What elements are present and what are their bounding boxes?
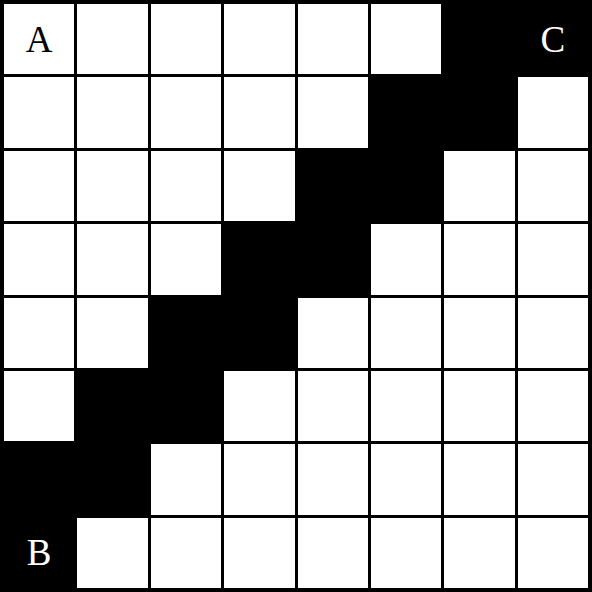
grid-cell-r1c3-open — [224, 77, 294, 147]
grid-cell-r7c2-open — [151, 518, 221, 588]
grid-cell-r2c0-open — [4, 151, 74, 221]
grid-cell-r1c5-blocked — [371, 77, 441, 147]
grid-cell-r0c5-open — [371, 4, 441, 74]
grid-cell-r7c5-open — [371, 518, 441, 588]
cell-label-C: C — [540, 21, 565, 58]
grid-cell-r3c2-open — [151, 224, 221, 294]
grid-cell-r4c2-blocked — [151, 298, 221, 368]
grid-cell-r5c7-open — [518, 371, 588, 441]
grid-cell-r7c6-open — [444, 518, 514, 588]
grid-cell-r3c6-open — [444, 224, 514, 294]
grid-cell-r6c7-open — [518, 444, 588, 514]
grid-cell-r6c2-open — [151, 444, 221, 514]
grid-cell-r7c1-open — [77, 518, 147, 588]
grid-cell-r4c4-open — [298, 298, 368, 368]
grid-cell-r2c5-blocked — [371, 151, 441, 221]
grid-cell-r4c7-open — [518, 298, 588, 368]
puzzle-board: ACB — [0, 0, 592, 592]
grid-cell-r3c5-open — [371, 224, 441, 294]
grid-cell-r3c1-open — [77, 224, 147, 294]
grid-cell-r3c0-open — [4, 224, 74, 294]
cell-label-A: A — [26, 21, 53, 58]
grid-cell-r5c3-open — [224, 371, 294, 441]
grid-cell-r4c6-open — [444, 298, 514, 368]
grid-cell-r3c4-blocked — [298, 224, 368, 294]
grid-cell-r4c5-open — [371, 298, 441, 368]
grid-cell-r6c3-open — [224, 444, 294, 514]
grid-cell-r1c7-open — [518, 77, 588, 147]
grid-cell-r3c7-open — [518, 224, 588, 294]
grid-cell-r5c5-open — [371, 371, 441, 441]
grid-cell-r3c3-blocked — [224, 224, 294, 294]
grid-cell-r0c0-open: A — [4, 4, 74, 74]
grid-cell-r1c4-open — [298, 77, 368, 147]
grid-cell-r6c4-open — [298, 444, 368, 514]
grid-cell-r6c0-blocked — [4, 444, 74, 514]
grid-cell-r6c6-open — [444, 444, 514, 514]
grid-cell-r1c2-open — [151, 77, 221, 147]
grid-cell-r2c6-open — [444, 151, 514, 221]
grid-cell-r0c3-open — [224, 4, 294, 74]
grid-cell-r1c1-open — [77, 77, 147, 147]
grid-cell-r5c0-open — [4, 371, 74, 441]
grid-cell-r4c0-open — [4, 298, 74, 368]
grid-cell-r5c2-blocked — [151, 371, 221, 441]
grid-cell-r7c7-open — [518, 518, 588, 588]
grid-cell-r2c4-blocked — [298, 151, 368, 221]
cell-label-B: B — [27, 534, 52, 571]
grid-cell-r5c1-blocked — [77, 371, 147, 441]
grid-cell-r0c6-blocked — [444, 4, 514, 74]
grid-cell-r7c4-open — [298, 518, 368, 588]
grid-cell-r2c1-open — [77, 151, 147, 221]
grid-cell-r0c4-open — [298, 4, 368, 74]
grid-cell-r4c3-blocked — [224, 298, 294, 368]
grid-cell-r7c3-open — [224, 518, 294, 588]
grid-cell-r1c0-open — [4, 77, 74, 147]
grid-cell-r6c1-blocked — [77, 444, 147, 514]
grid-cell-r0c7-blocked: C — [518, 4, 588, 74]
grid-cell-r2c2-open — [151, 151, 221, 221]
grid-cell-r0c2-open — [151, 4, 221, 74]
grid-cell-r0c1-open — [77, 4, 147, 74]
grid-cell-r2c7-open — [518, 151, 588, 221]
grid-cell-r5c4-open — [298, 371, 368, 441]
grid-cell-r6c5-open — [371, 444, 441, 514]
grid-cell-r7c0-blocked: B — [4, 518, 74, 588]
grid-cell-r5c6-open — [444, 371, 514, 441]
grid-cell-r2c3-open — [224, 151, 294, 221]
grid-cell-r1c6-blocked — [444, 77, 514, 147]
grid-cell-r4c1-open — [77, 298, 147, 368]
